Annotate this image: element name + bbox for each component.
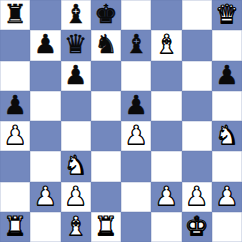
square-a5[interactable]: ♟ [0,91,30,121]
square-c4[interactable] [61,121,91,151]
square-d1[interactable]: ♜ [91,212,121,242]
square-g7[interactable] [182,30,212,60]
square-c1[interactable]: ♝ [61,212,91,242]
piece-white-pawn[interactable]: ♟ [34,183,57,209]
piece-black-knight[interactable]: ♞ [94,31,117,57]
square-b7[interactable]: ♟ [30,30,60,60]
square-e3[interactable] [121,151,151,181]
square-h8[interactable]: ♛ [212,0,242,30]
square-h4[interactable]: ♞ [212,121,242,151]
square-e7[interactable]: ♝ [121,30,151,60]
piece-white-pawn[interactable]: ♟ [215,183,238,209]
square-d4[interactable] [91,121,121,151]
piece-white-king[interactable]: ♚ [185,213,208,239]
piece-black-pawn[interactable]: ♟ [64,62,87,88]
square-h6[interactable]: ♟ [212,61,242,91]
square-a7[interactable] [0,30,30,60]
square-c6[interactable]: ♟ [61,61,91,91]
square-f2[interactable]: ♟ [151,182,181,212]
square-b1[interactable] [30,212,60,242]
square-e4[interactable]: ♟ [121,121,151,151]
square-e5[interactable]: ♟ [121,91,151,121]
piece-black-pawn[interactable]: ♟ [124,92,147,118]
square-a4[interactable]: ♟ [0,121,30,151]
piece-black-king[interactable]: ♚ [94,1,117,27]
square-h2[interactable]: ♟ [212,182,242,212]
square-b4[interactable] [30,121,60,151]
square-b5[interactable] [30,91,60,121]
piece-black-pawn[interactable]: ♟ [215,62,238,88]
square-b2[interactable]: ♟ [30,182,60,212]
square-c3[interactable]: ♞ [61,151,91,181]
square-c5[interactable] [61,91,91,121]
square-h7[interactable] [212,30,242,60]
square-c7[interactable]: ♛ [61,30,91,60]
square-g8[interactable] [182,0,212,30]
square-a8[interactable]: ♜ [0,0,30,30]
piece-white-pawn[interactable]: ♟ [3,122,26,148]
square-e1[interactable] [121,212,151,242]
square-f1[interactable] [151,212,181,242]
square-a1[interactable]: ♜ [0,212,30,242]
square-f4[interactable] [151,121,181,151]
square-d7[interactable]: ♞ [91,30,121,60]
piece-black-pawn[interactable]: ♟ [3,92,26,118]
square-h1[interactable] [212,212,242,242]
piece-white-knight[interactable]: ♞ [215,122,238,148]
square-d2[interactable] [91,182,121,212]
piece-white-queen[interactable]: ♛ [215,1,238,27]
chess-board: ♜♝♚♛♟♛♞♝♝♟♟♟♟♟♟♞♞♟♟♟♟♟♜♝♜♚ [0,0,242,242]
piece-white-pawn[interactable]: ♟ [64,183,87,209]
square-f8[interactable] [151,0,181,30]
square-f5[interactable] [151,91,181,121]
square-c2[interactable]: ♟ [61,182,91,212]
square-e8[interactable] [121,0,151,30]
square-g3[interactable] [182,151,212,181]
piece-white-pawn[interactable]: ♟ [155,183,178,209]
square-d8[interactable]: ♚ [91,0,121,30]
square-g2[interactable]: ♟ [182,182,212,212]
square-h3[interactable] [212,151,242,181]
square-f6[interactable] [151,61,181,91]
square-d3[interactable] [91,151,121,181]
square-h5[interactable] [212,91,242,121]
square-c8[interactable]: ♝ [61,0,91,30]
piece-white-bishop[interactable]: ♝ [155,31,178,57]
piece-white-pawn[interactable]: ♟ [185,183,208,209]
piece-black-bishop[interactable]: ♝ [124,31,147,57]
square-b3[interactable] [30,151,60,181]
piece-white-knight[interactable]: ♞ [64,152,87,178]
square-g4[interactable] [182,121,212,151]
piece-white-rook[interactable]: ♜ [94,213,117,239]
square-b8[interactable] [30,0,60,30]
square-a2[interactable] [0,182,30,212]
square-d6[interactable] [91,61,121,91]
piece-black-bishop[interactable]: ♝ [64,1,87,27]
square-f3[interactable] [151,151,181,181]
square-b6[interactable] [30,61,60,91]
square-a6[interactable] [0,61,30,91]
piece-black-rook[interactable]: ♜ [3,1,26,27]
square-e6[interactable] [121,61,151,91]
piece-black-queen[interactable]: ♛ [64,31,87,57]
square-g6[interactable] [182,61,212,91]
square-a3[interactable] [0,151,30,181]
square-f7[interactable]: ♝ [151,30,181,60]
piece-white-rook[interactable]: ♜ [3,213,26,239]
piece-white-pawn[interactable]: ♟ [124,122,147,148]
square-g1[interactable]: ♚ [182,212,212,242]
square-e2[interactable] [121,182,151,212]
piece-black-pawn[interactable]: ♟ [34,31,57,57]
square-d5[interactable] [91,91,121,121]
piece-white-bishop[interactable]: ♝ [64,213,87,239]
square-g5[interactable] [182,91,212,121]
